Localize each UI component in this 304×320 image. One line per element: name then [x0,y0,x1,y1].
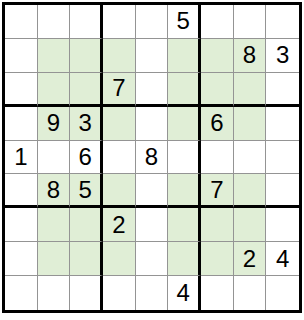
cell-r9c3[interactable] [70,276,103,310]
cell-r3c3[interactable] [70,73,103,107]
cell-r5c3[interactable]: 6 [70,141,103,175]
cell-r3c5[interactable] [136,73,169,107]
cell-r7c9[interactable] [266,208,299,242]
cell-r6c2[interactable]: 8 [38,174,71,208]
sudoku-page: 58379361688572244 [0,0,304,320]
cell-r4c6[interactable] [168,107,201,141]
cell-r7c8[interactable] [234,208,267,242]
cell-r9c5[interactable] [136,276,169,310]
cell-r4c1[interactable] [5,107,38,141]
cell-r3c4[interactable]: 7 [103,73,136,107]
cell-r8c8[interactable]: 2 [234,242,267,276]
cell-r2c6[interactable] [168,39,201,73]
cell-r2c7[interactable] [201,39,234,73]
cell-r4c4[interactable] [103,107,136,141]
cell-r2c1[interactable] [5,39,38,73]
cell-r5c1[interactable]: 1 [5,141,38,175]
cell-r8c4[interactable] [103,242,136,276]
cell-r7c7[interactable] [201,208,234,242]
cell-r2c5[interactable] [136,39,169,73]
cell-r7c3[interactable] [70,208,103,242]
cell-r5c4[interactable] [103,141,136,175]
cell-r7c6[interactable] [168,208,201,242]
cell-r4c3[interactable]: 3 [70,107,103,141]
cell-r9c9[interactable] [266,276,299,310]
cell-r3c7[interactable] [201,73,234,107]
cell-r1c5[interactable] [136,5,169,39]
cell-r1c7[interactable] [201,5,234,39]
cell-r6c4[interactable] [103,174,136,208]
cell-r1c8[interactable] [234,5,267,39]
cell-r9c6[interactable]: 4 [168,276,201,310]
cell-r5c7[interactable] [201,141,234,175]
cell-r6c6[interactable] [168,174,201,208]
cell-r3c8[interactable] [234,73,267,107]
cell-r1c6[interactable]: 5 [168,5,201,39]
cell-r6c7[interactable]: 7 [201,174,234,208]
cell-r1c4[interactable] [103,5,136,39]
cell-r7c2[interactable] [38,208,71,242]
cell-r9c1[interactable] [5,276,38,310]
cell-r6c1[interactable] [5,174,38,208]
cell-r9c4[interactable] [103,276,136,310]
cell-r5c9[interactable] [266,141,299,175]
cell-r7c5[interactable] [136,208,169,242]
cell-r4c7[interactable]: 6 [201,107,234,141]
cell-r8c6[interactable] [168,242,201,276]
cell-r1c9[interactable] [266,5,299,39]
cell-r2c3[interactable] [70,39,103,73]
cell-r5c6[interactable] [168,141,201,175]
cell-r1c2[interactable] [38,5,71,39]
cell-r9c2[interactable] [38,276,71,310]
cell-r3c1[interactable] [5,73,38,107]
cell-r9c7[interactable] [201,276,234,310]
cell-r1c3[interactable] [70,5,103,39]
cell-r3c2[interactable] [38,73,71,107]
cell-r2c9[interactable]: 3 [266,39,299,73]
cell-r8c7[interactable] [201,242,234,276]
cell-r4c5[interactable] [136,107,169,141]
cell-r5c5[interactable]: 8 [136,141,169,175]
sudoku-board: 58379361688572244 [2,2,302,313]
cell-r4c9[interactable] [266,107,299,141]
cell-r8c3[interactable] [70,242,103,276]
cell-r5c2[interactable] [38,141,71,175]
cell-r3c6[interactable] [168,73,201,107]
cell-r7c1[interactable] [5,208,38,242]
cell-r5c8[interactable] [234,141,267,175]
cell-r9c8[interactable] [234,276,267,310]
cell-r8c9[interactable]: 4 [266,242,299,276]
cell-r6c9[interactable] [266,174,299,208]
cell-r8c1[interactable] [5,242,38,276]
cell-r2c8[interactable]: 8 [234,39,267,73]
cell-r2c2[interactable] [38,39,71,73]
cell-r1c1[interactable] [5,5,38,39]
cell-r7c4[interactable]: 2 [103,208,136,242]
cell-r2c4[interactable] [103,39,136,73]
cell-r3c9[interactable] [266,73,299,107]
cell-r6c8[interactable] [234,174,267,208]
cell-r6c3[interactable]: 5 [70,174,103,208]
cell-r6c5[interactable] [136,174,169,208]
cell-r8c2[interactable] [38,242,71,276]
cell-r4c2[interactable]: 9 [38,107,71,141]
cell-r8c5[interactable] [136,242,169,276]
cell-r4c8[interactable] [234,107,267,141]
